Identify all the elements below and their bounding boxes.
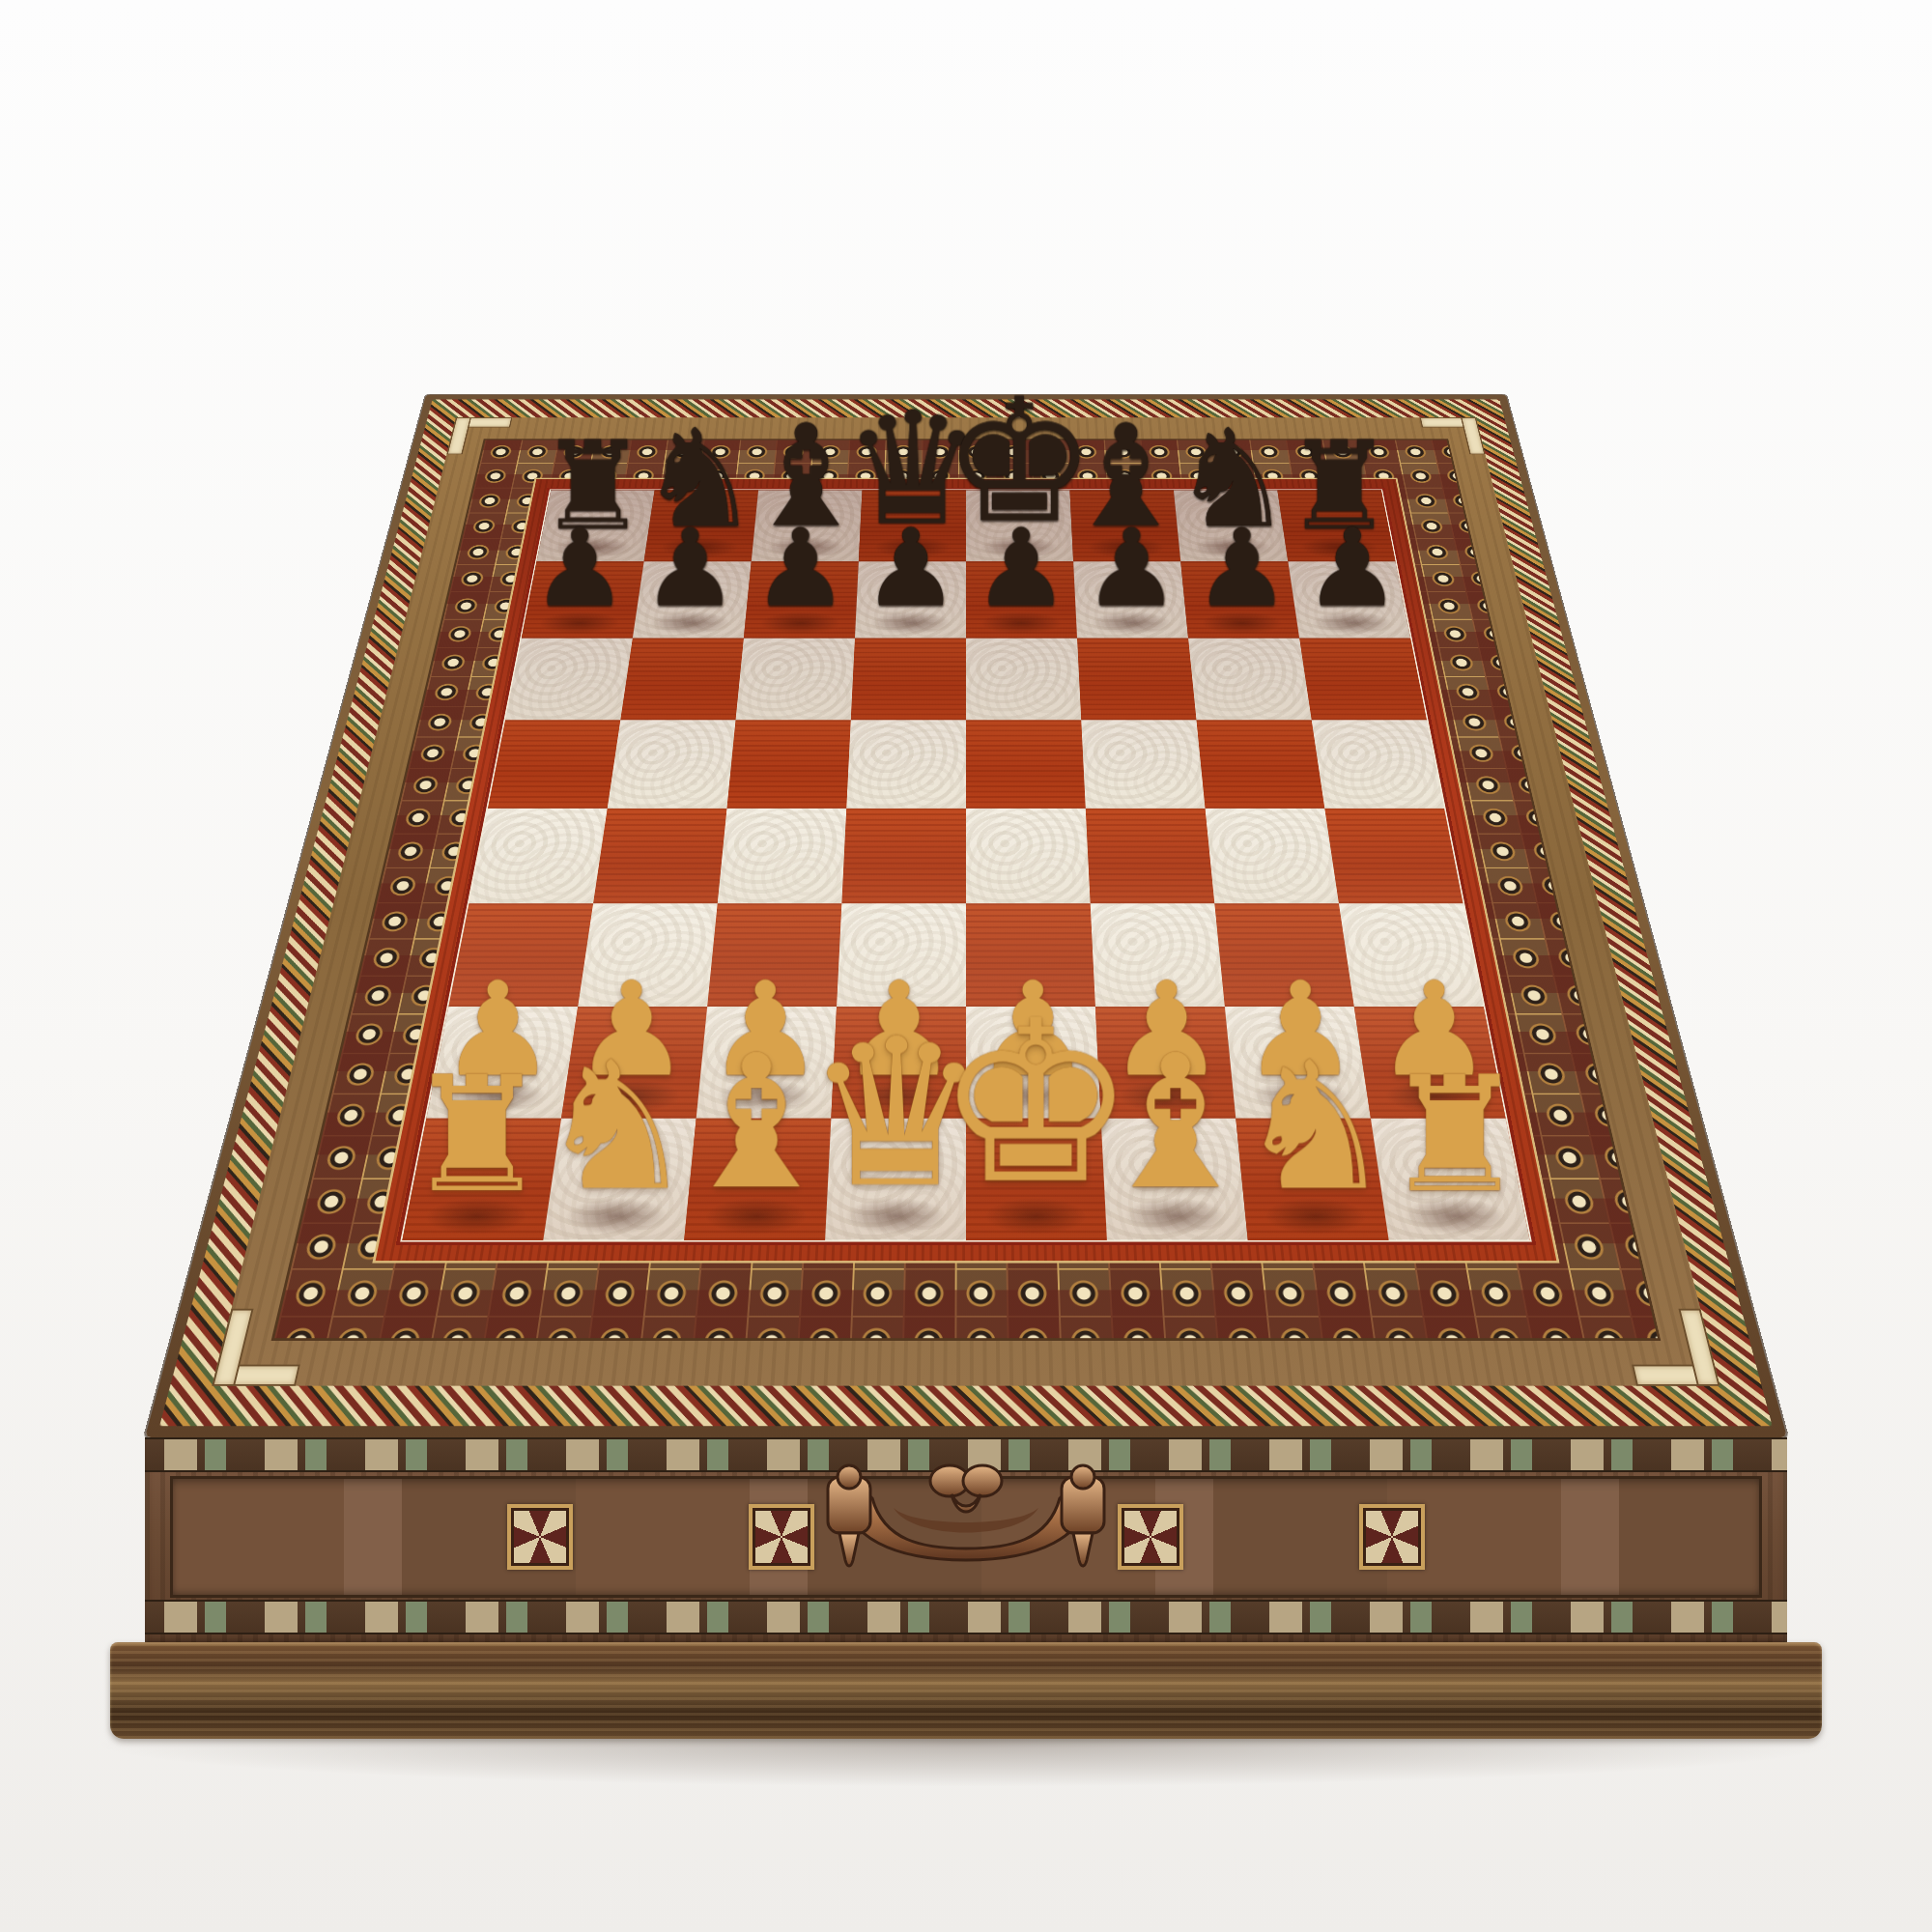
square-g7[interactable]: ♟ xyxy=(1180,561,1299,638)
drawer-star-medallion xyxy=(1359,1504,1425,1570)
square-e7[interactable]: ♟ xyxy=(966,561,1077,638)
board-grid: ♜♞♝♛♚♝♞♜♟♟♟♟♟♟♟♟♟♟♟♟♟♟♟♟♜♞♝♛♚♝♞♜ xyxy=(402,490,1529,1239)
square-a5[interactable] xyxy=(488,720,620,808)
square-g4[interactable] xyxy=(1206,809,1339,904)
square-c5[interactable] xyxy=(726,720,850,808)
square-c7[interactable]: ♟ xyxy=(744,561,859,638)
drawer-handle[interactable] xyxy=(807,1460,1125,1605)
square-a6[interactable] xyxy=(505,638,633,720)
piece-black-pawn[interactable]: ♟ xyxy=(1304,515,1401,622)
square-b6[interactable] xyxy=(620,638,744,720)
piece-black-pawn[interactable]: ♟ xyxy=(973,515,1069,622)
square-d6[interactable] xyxy=(851,638,966,720)
piece-black-pawn[interactable]: ♟ xyxy=(642,515,739,622)
board-top-surface: ♜♞♝♛♚♝♞♜♟♟♟♟♟♟♟♟♟♟♟♟♟♟♟♟♜♞♝♛♚♝♞♜ xyxy=(145,395,1787,1437)
piece-black-pawn[interactable]: ♟ xyxy=(1083,515,1179,622)
base-plinth xyxy=(110,1642,1822,1739)
board-scene: ♜♞♝♛♚♝♞♜♟♟♟♟♟♟♟♟♟♟♟♟♟♟♟♟♜♞♝♛♚♝♞♜ xyxy=(145,0,1787,1437)
piece-white-rook[interactable]: ♜ xyxy=(406,1056,549,1215)
square-e5[interactable] xyxy=(966,720,1086,808)
piece-white-knight[interactable]: ♞ xyxy=(537,1037,696,1215)
drawer-star-medallion xyxy=(507,1504,573,1570)
square-d5[interactable] xyxy=(846,720,966,808)
piece-white-rook[interactable]: ♜ xyxy=(1383,1056,1526,1215)
studio-backdrop: ♜♞♝♛♚♝♞♜♟♟♟♟♟♟♟♟♟♟♟♟♟♟♟♟♜♞♝♛♚♝♞♜ xyxy=(0,0,1932,1932)
square-e6[interactable] xyxy=(966,638,1081,720)
square-g5[interactable] xyxy=(1196,720,1324,808)
drawer-star-medallion xyxy=(749,1504,814,1570)
drawer-front[interactable] xyxy=(170,1476,1762,1598)
square-b7[interactable]: ♟ xyxy=(633,561,752,638)
square-f1[interactable]: ♝ xyxy=(1101,1119,1248,1240)
piece-black-pawn[interactable]: ♟ xyxy=(863,515,959,622)
square-c4[interactable] xyxy=(718,809,847,904)
drawer-star-medallion xyxy=(1118,1504,1183,1570)
piece-black-pawn[interactable]: ♟ xyxy=(753,515,849,622)
square-d4[interactable] xyxy=(841,809,966,904)
square-h4[interactable] xyxy=(1324,809,1463,904)
square-d7[interactable]: ♟ xyxy=(855,561,966,638)
square-a4[interactable] xyxy=(469,809,607,904)
square-f4[interactable] xyxy=(1086,809,1215,904)
piece-black-pawn[interactable]: ♟ xyxy=(531,515,628,622)
square-h6[interactable] xyxy=(1299,638,1427,720)
piece-white-knight[interactable]: ♞ xyxy=(1236,1037,1395,1215)
inlay-dash-band xyxy=(145,1600,1787,1634)
box-front-face xyxy=(145,1437,1787,1646)
square-h7[interactable]: ♟ xyxy=(1288,561,1410,638)
square-b4[interactable] xyxy=(593,809,726,904)
drawer-handle-icon xyxy=(807,1460,1125,1605)
square-h5[interactable] xyxy=(1312,720,1444,808)
piece-white-bishop[interactable]: ♝ xyxy=(1093,1031,1258,1215)
square-f7[interactable]: ♟ xyxy=(1073,561,1188,638)
square-f5[interactable] xyxy=(1081,720,1205,808)
square-f6[interactable] xyxy=(1077,638,1196,720)
piece-black-pawn[interactable]: ♟ xyxy=(1194,515,1291,622)
square-e4[interactable] xyxy=(966,809,1091,904)
square-c6[interactable] xyxy=(736,638,855,720)
square-g6[interactable] xyxy=(1188,638,1312,720)
square-g1[interactable]: ♞ xyxy=(1236,1119,1388,1240)
square-e1[interactable]: ♚ xyxy=(966,1119,1107,1240)
square-h1[interactable]: ♜ xyxy=(1371,1119,1530,1240)
square-a7[interactable]: ♟ xyxy=(522,561,644,638)
square-b5[interactable] xyxy=(608,720,736,808)
